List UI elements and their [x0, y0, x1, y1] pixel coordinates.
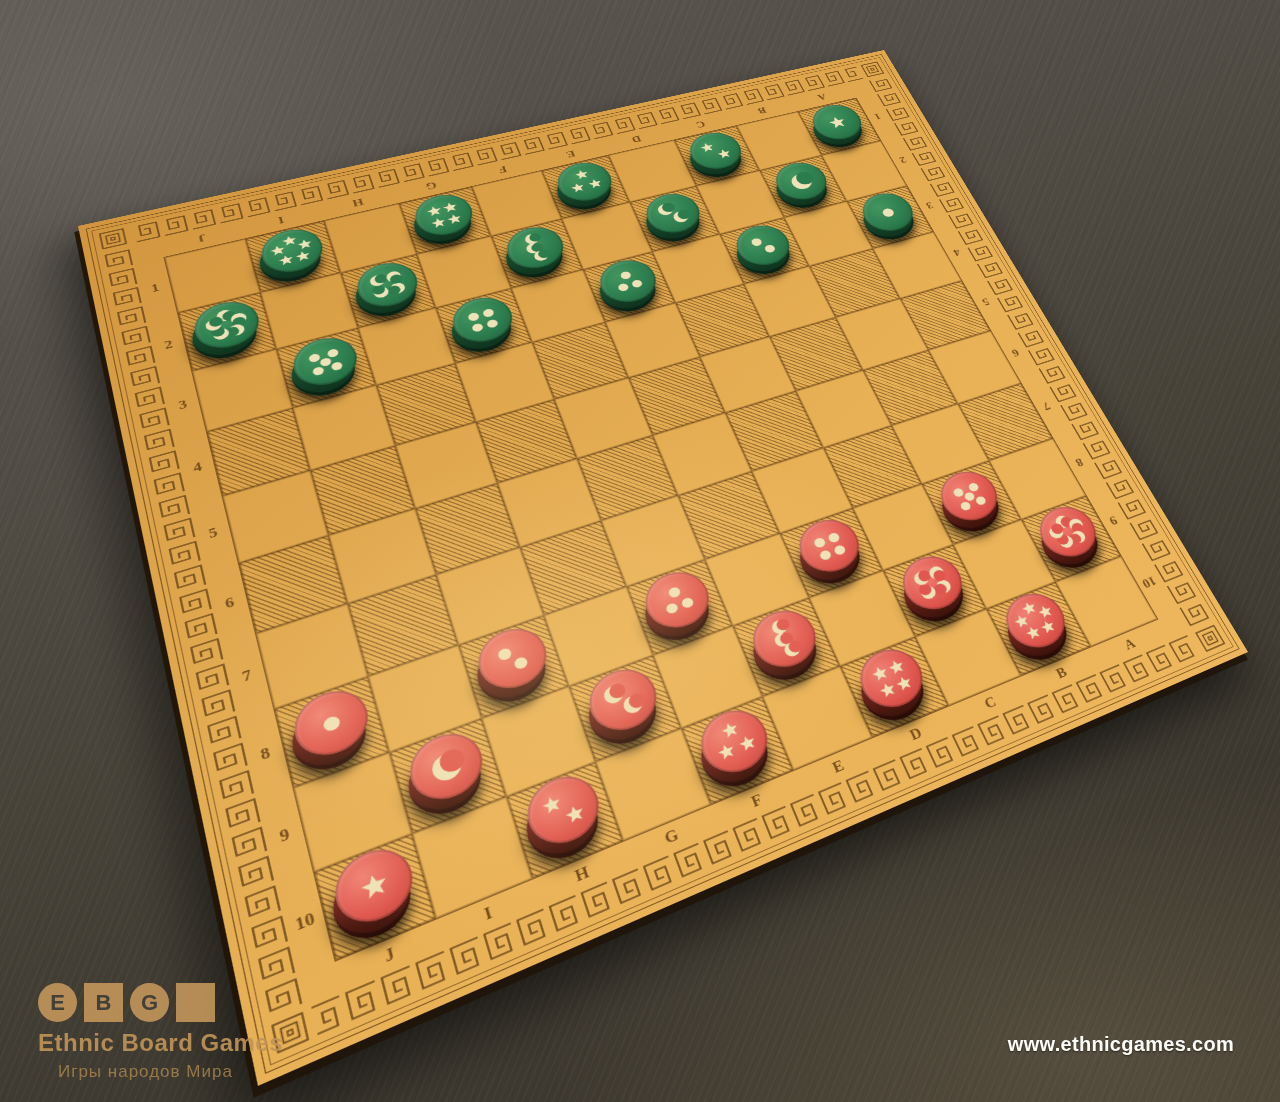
logo-block-e: E — [38, 983, 77, 1022]
website-url: www.ethnicgames.com — [1008, 1033, 1234, 1056]
logo-block-b: B — [84, 983, 123, 1022]
logo-blocks: E B G — [38, 983, 283, 1022]
logo-subtitle: Игры народов Мира — [38, 1062, 283, 1082]
logo-block-solid — [176, 983, 215, 1022]
logo-block-g: G — [130, 983, 169, 1022]
brand-logo: E B G Ethnic Board Games Игры народов Ми… — [38, 983, 283, 1082]
game-board: JIHGFEDCBAJIHGFEDCBA12345678910123456789… — [78, 50, 1248, 1086]
photo-scene: JIHGFEDCBAJIHGFEDCBA12345678910123456789… — [0, 0, 1280, 1102]
logo-title: Ethnic Board Games — [38, 1029, 283, 1057]
